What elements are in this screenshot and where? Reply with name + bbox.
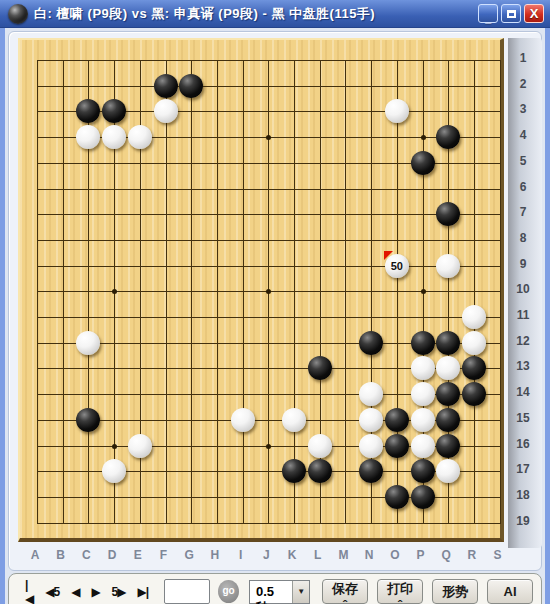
close-button[interactable]: X (524, 4, 544, 23)
stone-black (76, 408, 100, 432)
row-label: 6 (508, 180, 538, 194)
row-label: 5 (508, 154, 538, 168)
stone-black (411, 459, 435, 483)
stone-white: 50 (385, 254, 409, 278)
dropdown-arrow-icon[interactable]: ▼ (292, 581, 309, 603)
close-icon: X (530, 6, 539, 21)
stone-white (282, 408, 306, 432)
stone-white (411, 382, 435, 406)
maximize-icon (507, 10, 516, 18)
column-label: B (53, 548, 69, 562)
column-label: C (78, 548, 94, 562)
window: 白: 檀啸 (P9段) vs 黑: 申真谞 (P9段) - 黑 中盘胜(115手… (0, 0, 550, 604)
row-label: 18 (508, 488, 538, 502)
row-label: 3 (508, 102, 538, 116)
grid-line (294, 60, 295, 524)
row-label: 10 (508, 282, 538, 296)
go-button[interactable]: go (218, 580, 239, 603)
stone-black (359, 459, 383, 483)
stone-black (436, 125, 460, 149)
column-label: I (233, 548, 249, 562)
star-point (421, 135, 426, 140)
nav-back5-button[interactable]: ◀5 (39, 583, 65, 601)
row-label: 8 (508, 231, 538, 245)
star-point (421, 289, 426, 294)
stone-white (154, 99, 178, 123)
column-label: F (156, 548, 172, 562)
stone-black (282, 459, 306, 483)
grid-line (37, 317, 501, 318)
ai-button[interactable]: AI (487, 579, 533, 604)
column-label: K (284, 548, 300, 562)
minimize-button[interactable]: _ (478, 4, 498, 23)
stone-black (436, 408, 460, 432)
row-labels: 12345678910111213141516171819 (508, 38, 542, 548)
stone-black (385, 485, 409, 509)
app-icon-go-stone (8, 4, 28, 24)
star-point (266, 289, 271, 294)
grid-line (474, 60, 475, 524)
stone-white (102, 125, 126, 149)
star-point (112, 444, 117, 449)
nav-first-button[interactable]: |◀ (19, 576, 39, 604)
delay-value: 0.5秒 (250, 581, 292, 603)
column-label: R (464, 548, 480, 562)
column-label: D (104, 548, 120, 562)
row-label: 15 (508, 411, 538, 425)
column-label: G (181, 548, 197, 562)
column-label: P (413, 548, 429, 562)
stone-white (462, 331, 486, 355)
main-panel: 50 12345678910111213141516171819 ABCDEFG… (0, 28, 550, 604)
move-number-label: 50 (391, 260, 403, 272)
stone-black (436, 331, 460, 355)
stone-black (385, 408, 409, 432)
stone-white (462, 305, 486, 329)
grid-line (345, 60, 346, 524)
column-label: M (335, 548, 351, 562)
stone-white (436, 459, 460, 483)
column-label: L (310, 548, 326, 562)
nav-forward5-button[interactable]: 5▶ (106, 583, 132, 601)
save-button[interactable]: 保存ˆ (322, 579, 368, 604)
title-bar: 白: 檀啸 (P9段) vs 黑: 申真谞 (P9段) - 黑 中盘胜(115手… (0, 0, 550, 28)
stone-white (411, 356, 435, 380)
column-label: N (361, 548, 377, 562)
row-label: 7 (508, 205, 538, 219)
stone-black (436, 434, 460, 458)
column-label: O (387, 548, 403, 562)
delay-select[interactable]: 0.5秒 ▼ (249, 580, 310, 604)
column-label: Q (438, 548, 454, 562)
control-bar: |◀ ◀5 ◀ ▶ 5▶ ▶| go 0.5秒 ▼ 保存ˆ 打印ˆ 形势 (8, 573, 542, 604)
nav-controls: |◀ ◀5 ◀ ▶ 5▶ ▶| (19, 576, 154, 604)
grid-line (500, 60, 501, 524)
star-point (266, 444, 271, 449)
nav-last-button[interactable]: ▶| (132, 583, 155, 601)
column-label: J (258, 548, 274, 562)
stone-black (102, 99, 126, 123)
column-label: A (27, 548, 43, 562)
stone-black (308, 356, 332, 380)
row-label: 14 (508, 385, 538, 399)
column-label: E (130, 548, 146, 562)
star-point (266, 135, 271, 140)
stone-white (76, 125, 100, 149)
stone-white (385, 99, 409, 123)
row-label: 1 (508, 51, 538, 65)
row-label: 13 (508, 359, 538, 373)
go-board[interactable]: 50 (18, 38, 504, 542)
star-point (112, 289, 117, 294)
maximize-button[interactable] (501, 4, 521, 23)
row-label: 19 (508, 514, 538, 528)
stone-white (436, 356, 460, 380)
stone-black (154, 74, 178, 98)
row-label: 16 (508, 437, 538, 451)
stone-white (128, 125, 152, 149)
stone-black (462, 382, 486, 406)
stone-black (411, 331, 435, 355)
column-label: H (207, 548, 223, 562)
column-label: S (490, 548, 506, 562)
stone-white (102, 459, 126, 483)
row-label: 9 (508, 257, 538, 271)
stone-white (411, 408, 435, 432)
stone-white (436, 254, 460, 278)
stone-white (359, 382, 383, 406)
nav-forward-button[interactable]: ▶ (85, 583, 105, 601)
stone-white (411, 434, 435, 458)
stone-black (462, 356, 486, 380)
window-buttons: _ X (478, 4, 544, 23)
stone-white (128, 434, 152, 458)
stone-black (436, 202, 460, 226)
row-label: 2 (508, 77, 538, 91)
stone-white (76, 331, 100, 355)
stone-white (359, 434, 383, 458)
stone-black (179, 74, 203, 98)
stone-black (76, 99, 100, 123)
row-label: 12 (508, 334, 538, 348)
stone-black (411, 485, 435, 509)
row-label: 17 (508, 462, 538, 476)
row-label: 4 (508, 128, 538, 142)
grid-line (37, 523, 501, 524)
column-labels: ABCDEFGHIJKLMNOPQRS (18, 546, 504, 564)
stone-black (385, 434, 409, 458)
window-title: 白: 檀啸 (P9段) vs 黑: 申真谞 (P9段) - 黑 中盘胜(115手… (34, 5, 478, 23)
control-row-1: |◀ ◀5 ◀ ▶ 5▶ ▶| go 0.5秒 ▼ 保存ˆ 打印ˆ 形势 (19, 579, 535, 604)
position-judge-button[interactable]: 形势 (432, 579, 478, 604)
nav-back-button[interactable]: ◀ (65, 583, 85, 601)
stone-black (411, 151, 435, 175)
print-button[interactable]: 打印ˆ (377, 579, 423, 604)
stone-white (359, 408, 383, 432)
stone-white (231, 408, 255, 432)
action-buttons: 保存ˆ 打印ˆ 形势 AI (322, 579, 533, 604)
stone-white (308, 434, 332, 458)
move-number-input[interactable] (164, 579, 210, 604)
stone-black (359, 331, 383, 355)
stone-black (308, 459, 332, 483)
row-label: 11 (508, 308, 538, 322)
stone-black (436, 382, 460, 406)
